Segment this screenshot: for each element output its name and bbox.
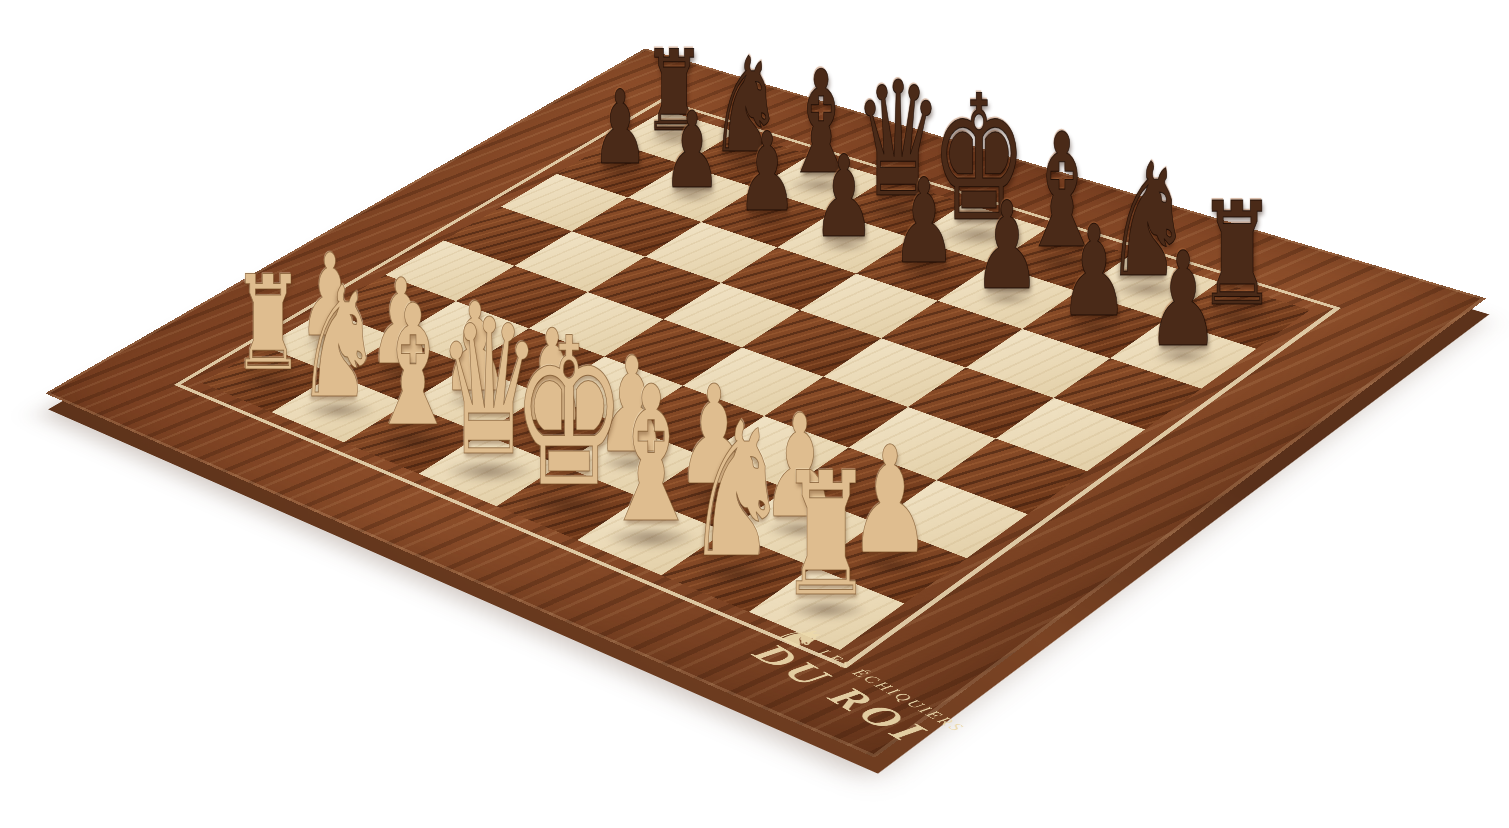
piece-white-rook-h1[interactable]: ♜ — [779, 450, 874, 621]
piece-black-pawn-f7[interactable]: ♟ — [974, 186, 1041, 307]
piece-black-pawn-h7[interactable]: ♟ — [1147, 234, 1220, 365]
piece-black-pawn-b7[interactable]: ♟ — [663, 98, 722, 203]
piece-black-pawn-d7[interactable]: ♟ — [813, 140, 876, 253]
chessboard-photo: ♞ LES ÉCHIQUIERS DU ROI ♜♞♝♛♚♝♞♜♟♟♟♟♟♟♟♟… — [0, 0, 1509, 828]
piece-black-pawn-g7[interactable]: ♟ — [1059, 209, 1129, 335]
piece-white-knight-g1[interactable]: ♞ — [685, 398, 789, 584]
piece-black-pawn-e7[interactable]: ♟ — [892, 163, 957, 280]
piece-black-pawn-a7[interactable]: ♟ — [591, 77, 648, 179]
piece-white-rook-a1[interactable]: ♜ — [232, 259, 305, 390]
piece-black-pawn-c7[interactable]: ♟ — [736, 119, 797, 228]
